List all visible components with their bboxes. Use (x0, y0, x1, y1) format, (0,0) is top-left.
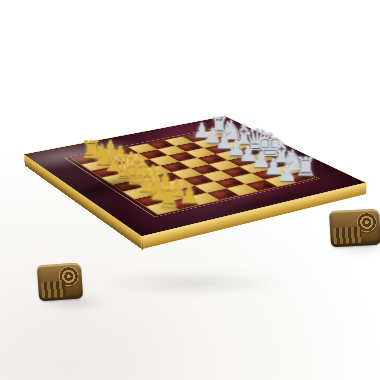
chess-board: ♜♟♟♜♞♟♟♞♝♟♟♝♛♟♟♛♚♟♟♚♝♟♟♝♞♟♟♞♜♟♟♜ (23, 116, 366, 237)
board-drop-shadow (70, 268, 320, 298)
gold-rook: ♜ (80, 138, 101, 163)
foot-ridges (333, 227, 361, 245)
foot-ridges (41, 280, 66, 298)
square: ♟ (240, 163, 270, 173)
board-foot-front-left (37, 263, 83, 302)
silver-rook: ♜ (209, 114, 229, 137)
silver-knight: ♞ (281, 145, 303, 174)
square: ♟ (122, 170, 151, 180)
silver-bishop: ♝ (268, 138, 289, 167)
board-foot-front-right (329, 209, 380, 248)
silver-bishop: ♝ (232, 121, 252, 149)
silver-queen: ♛ (243, 124, 264, 155)
chess-set-photo: ♜♟♟♜♞♟♟♞♝♟♟♝♛♟♟♛♚♟♟♚♝♟♟♝♞♟♟♞♜♟♟♜ (0, 0, 380, 380)
board-field: ♜♟♟♜♞♟♟♞♝♟♟♝♛♟♟♛♚♟♟♚♝♟♟♝♞♟♟♞♜♟♟♜ (72, 130, 314, 214)
silver-king: ♚ (256, 128, 277, 161)
board-plate: ♜♟♟♜♞♟♟♞♝♟♟♝♛♟♟♛♚♟♟♚♝♟♟♝♞♟♟♞♜♟♟♜ (23, 116, 366, 237)
silver-rook: ♜ (294, 155, 316, 181)
gold-pawn: ♟ (100, 138, 121, 159)
square: ♛ (102, 174, 132, 185)
silver-knight: ♞ (220, 116, 240, 143)
